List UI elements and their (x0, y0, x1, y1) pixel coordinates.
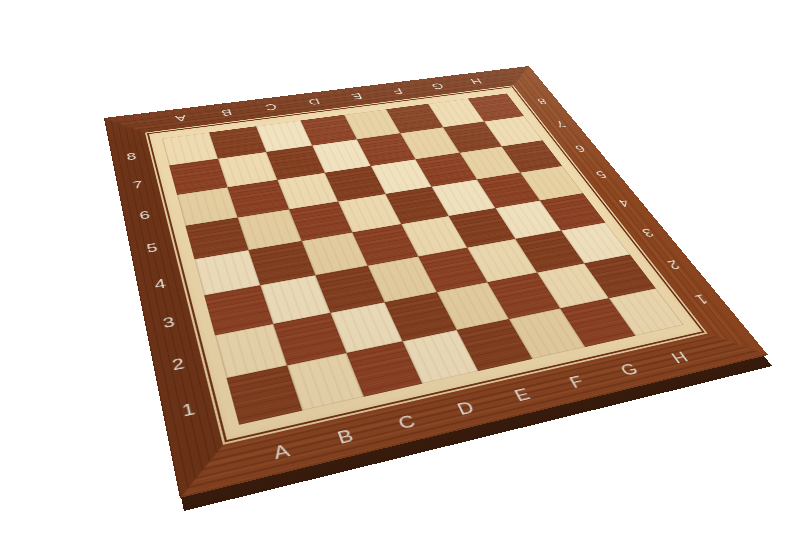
chessboard: AA88BB77CC66DD55EE44FF33GG22HH11 (104, 66, 768, 498)
file-label-top-a: A (174, 113, 188, 124)
rank-label-left-5: 5 (145, 241, 159, 256)
rank-label-left-8: 8 (125, 150, 137, 162)
rank-label-left-6: 6 (138, 208, 151, 222)
board-photo: AA88BB77CC66DD55EE44FF33GG22HH11 (0, 0, 800, 533)
rank-label-left-4: 4 (153, 276, 167, 293)
rank-label-left-7: 7 (132, 178, 145, 191)
